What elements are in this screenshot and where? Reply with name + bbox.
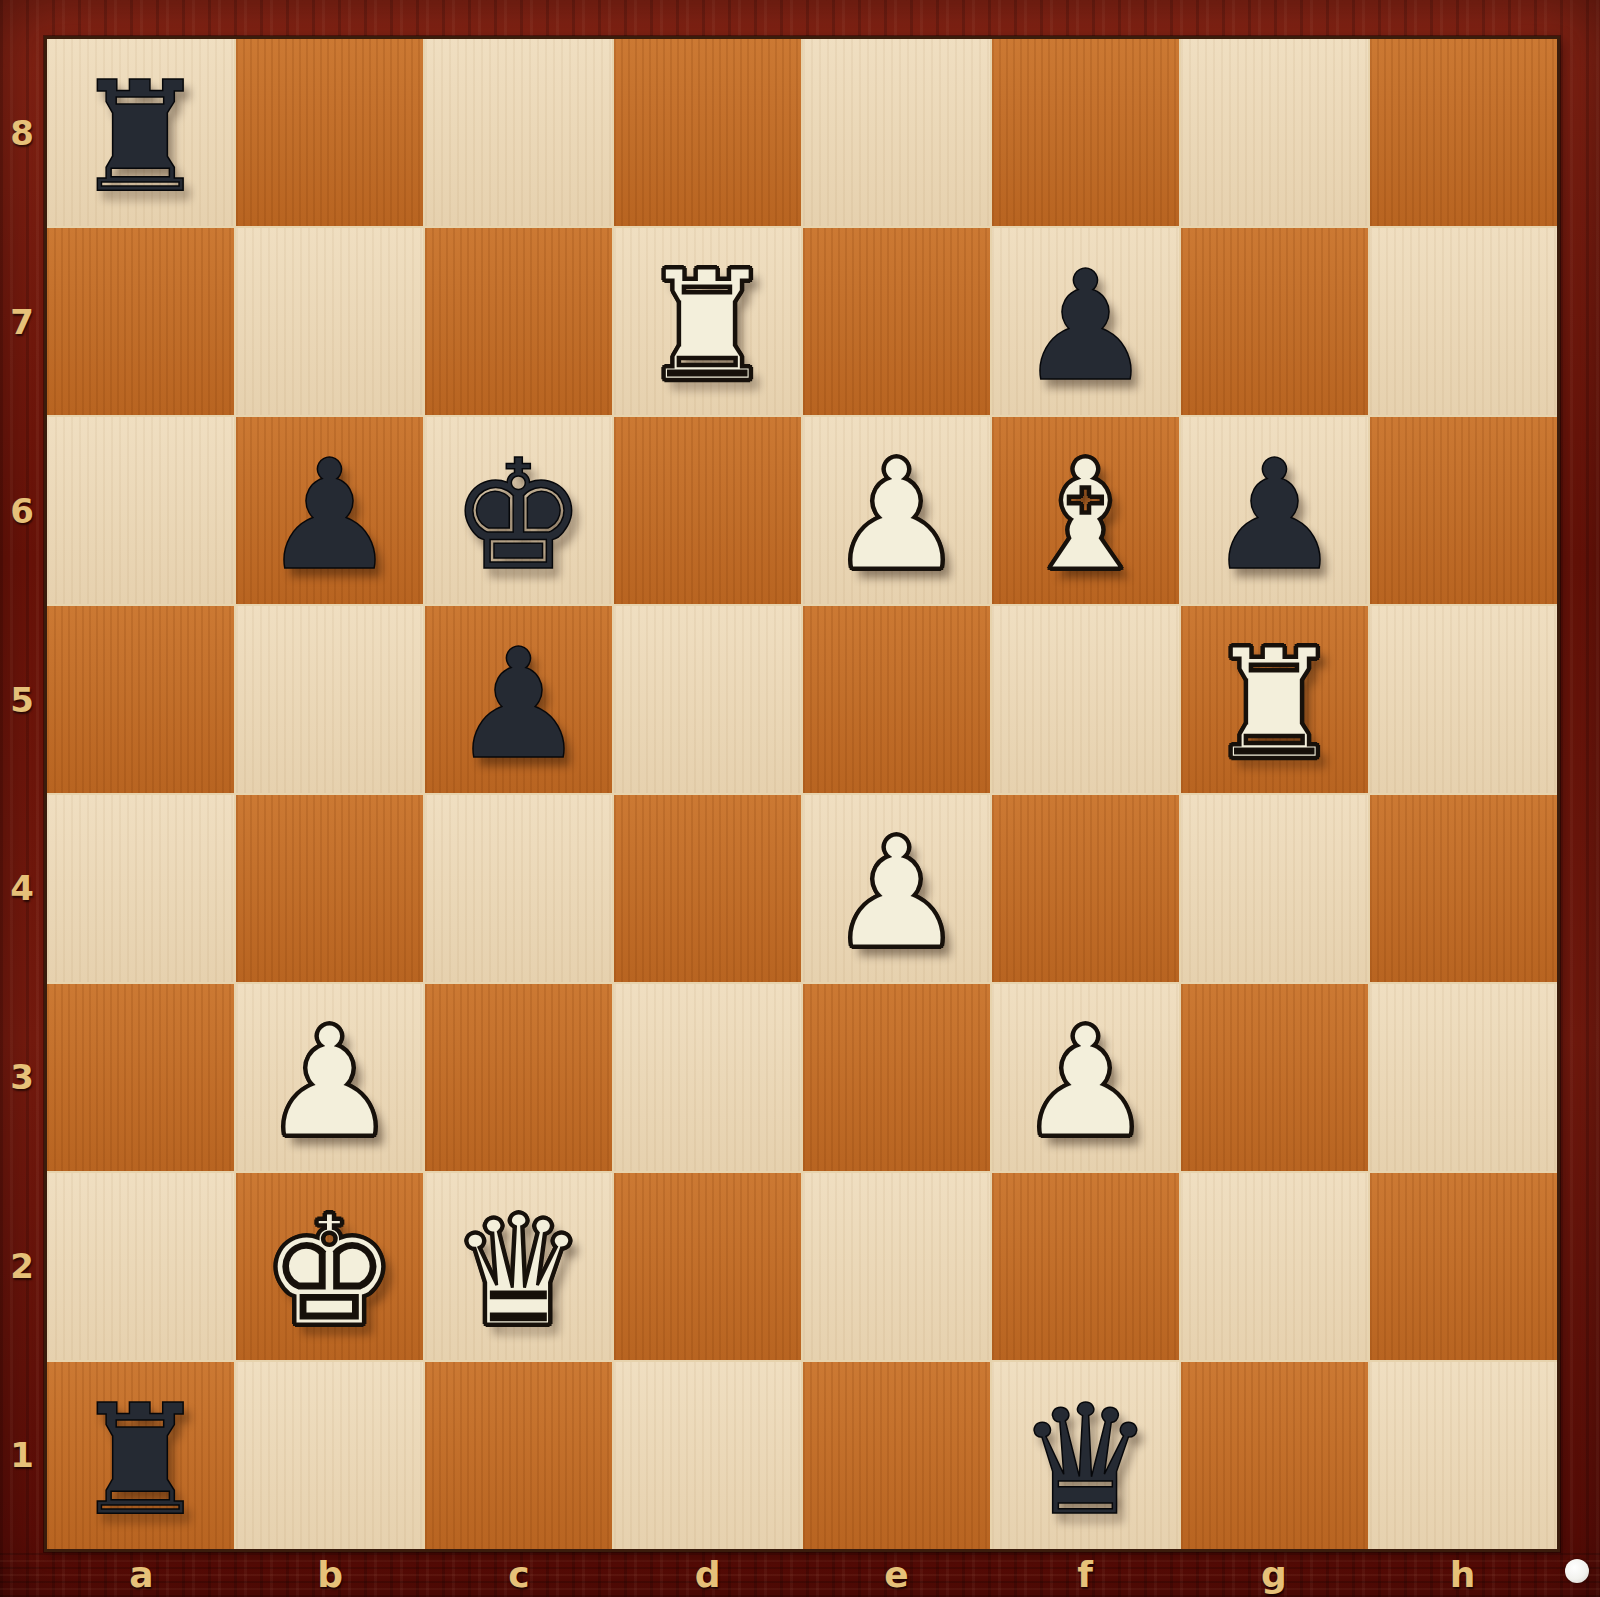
square-g1[interactable]	[1181, 1362, 1368, 1549]
square-c3[interactable]	[425, 984, 612, 1171]
rank-label-7: 7	[0, 228, 44, 417]
square-h5[interactable]	[1370, 606, 1557, 793]
square-b1[interactable]	[236, 1362, 423, 1549]
square-b7[interactable]	[236, 228, 423, 415]
square-b6[interactable]: ♟	[236, 417, 423, 604]
white-bishop[interactable]: ♝	[1017, 440, 1153, 592]
square-g3[interactable]	[1181, 984, 1368, 1171]
black-rook[interactable]: ♜	[72, 1385, 208, 1537]
square-e8[interactable]	[803, 39, 990, 226]
square-d6[interactable]	[614, 417, 801, 604]
square-e7[interactable]	[803, 228, 990, 415]
square-b2[interactable]: ♚	[236, 1173, 423, 1360]
square-d2[interactable]	[614, 1173, 801, 1360]
square-f7[interactable]: ♟	[992, 228, 1179, 415]
square-b5[interactable]	[236, 606, 423, 793]
square-c4[interactable]	[425, 795, 612, 982]
square-f3[interactable]: ♟	[992, 984, 1179, 1171]
white-king[interactable]: ♚	[261, 1196, 397, 1348]
file-label-h: h	[1368, 1552, 1557, 1597]
black-pawn[interactable]: ♟	[1017, 251, 1153, 403]
square-f5[interactable]	[992, 606, 1179, 793]
file-label-g: g	[1180, 1552, 1369, 1597]
file-label-c: c	[425, 1552, 614, 1597]
square-d1[interactable]	[614, 1362, 801, 1549]
square-d4[interactable]	[614, 795, 801, 982]
square-e6[interactable]: ♟	[803, 417, 990, 604]
square-a7[interactable]	[47, 228, 234, 415]
square-a5[interactable]	[47, 606, 234, 793]
square-c5[interactable]: ♟	[425, 606, 612, 793]
square-a8[interactable]: ♜	[47, 39, 234, 226]
square-h1[interactable]	[1370, 1362, 1557, 1549]
square-g8[interactable]	[1181, 39, 1368, 226]
file-label-d: d	[613, 1552, 802, 1597]
square-d7[interactable]: ♜	[614, 228, 801, 415]
square-e4[interactable]: ♟	[803, 795, 990, 982]
rank-label-5: 5	[0, 605, 44, 794]
square-h3[interactable]	[1370, 984, 1557, 1171]
rank-label-1: 1	[0, 1360, 44, 1549]
file-labels: abcdefgh	[47, 1552, 1557, 1597]
square-b3[interactable]: ♟	[236, 984, 423, 1171]
square-g7[interactable]	[1181, 228, 1368, 415]
square-e3[interactable]	[803, 984, 990, 1171]
board: ♜♜♟♟♚♟♝♟♟♜♟♟♟♚♛♜♛	[44, 36, 1560, 1552]
white-queen[interactable]: ♛	[450, 1196, 586, 1348]
square-e2[interactable]	[803, 1173, 990, 1360]
square-c7[interactable]	[425, 228, 612, 415]
square-h2[interactable]	[1370, 1173, 1557, 1360]
white-pawn[interactable]: ♟	[828, 440, 964, 592]
file-label-b: b	[236, 1552, 425, 1597]
file-label-e: e	[802, 1552, 991, 1597]
white-rook[interactable]: ♜	[639, 251, 775, 403]
white-pawn[interactable]: ♟	[828, 818, 964, 970]
square-c6[interactable]: ♚	[425, 417, 612, 604]
square-d5[interactable]	[614, 606, 801, 793]
square-a6[interactable]	[47, 417, 234, 604]
square-g2[interactable]	[1181, 1173, 1368, 1360]
rank-label-8: 8	[0, 39, 44, 228]
square-e5[interactable]	[803, 606, 990, 793]
rank-label-2: 2	[0, 1172, 44, 1361]
rank-label-4: 4	[0, 794, 44, 983]
square-c2[interactable]: ♛	[425, 1173, 612, 1360]
white-pawn[interactable]: ♟	[1017, 1007, 1153, 1159]
square-a1[interactable]: ♜	[47, 1362, 234, 1549]
square-b8[interactable]	[236, 39, 423, 226]
file-label-a: a	[47, 1552, 236, 1597]
square-f1[interactable]: ♛	[992, 1362, 1179, 1549]
square-b4[interactable]	[236, 795, 423, 982]
black-king[interactable]: ♚	[450, 440, 586, 592]
black-pawn[interactable]: ♟	[261, 440, 397, 592]
square-h4[interactable]	[1370, 795, 1557, 982]
square-f8[interactable]	[992, 39, 1179, 226]
square-h7[interactable]	[1370, 228, 1557, 415]
square-h8[interactable]	[1370, 39, 1557, 226]
black-rook[interactable]: ♜	[72, 62, 208, 214]
square-h6[interactable]	[1370, 417, 1557, 604]
black-pawn[interactable]: ♟	[450, 629, 586, 781]
square-a3[interactable]	[47, 984, 234, 1171]
square-c1[interactable]	[425, 1362, 612, 1549]
white-pawn[interactable]: ♟	[261, 1007, 397, 1159]
square-e1[interactable]	[803, 1362, 990, 1549]
square-g5[interactable]: ♜	[1181, 606, 1368, 793]
square-a2[interactable]	[47, 1173, 234, 1360]
white-to-move-indicator	[1565, 1559, 1589, 1583]
square-g4[interactable]	[1181, 795, 1368, 982]
square-f4[interactable]	[992, 795, 1179, 982]
square-f2[interactable]	[992, 1173, 1179, 1360]
white-rook[interactable]: ♜	[1206, 629, 1342, 781]
square-a4[interactable]	[47, 795, 234, 982]
rank-label-6: 6	[0, 417, 44, 606]
rank-labels: 87654321	[0, 39, 44, 1549]
rank-label-3: 3	[0, 983, 44, 1172]
file-label-f: f	[991, 1552, 1180, 1597]
black-pawn[interactable]: ♟	[1206, 440, 1342, 592]
square-f6[interactable]: ♝	[992, 417, 1179, 604]
square-g6[interactable]: ♟	[1181, 417, 1368, 604]
square-d3[interactable]	[614, 984, 801, 1171]
black-queen[interactable]: ♛	[1017, 1385, 1153, 1537]
square-d8[interactable]	[614, 39, 801, 226]
square-c8[interactable]	[425, 39, 612, 226]
